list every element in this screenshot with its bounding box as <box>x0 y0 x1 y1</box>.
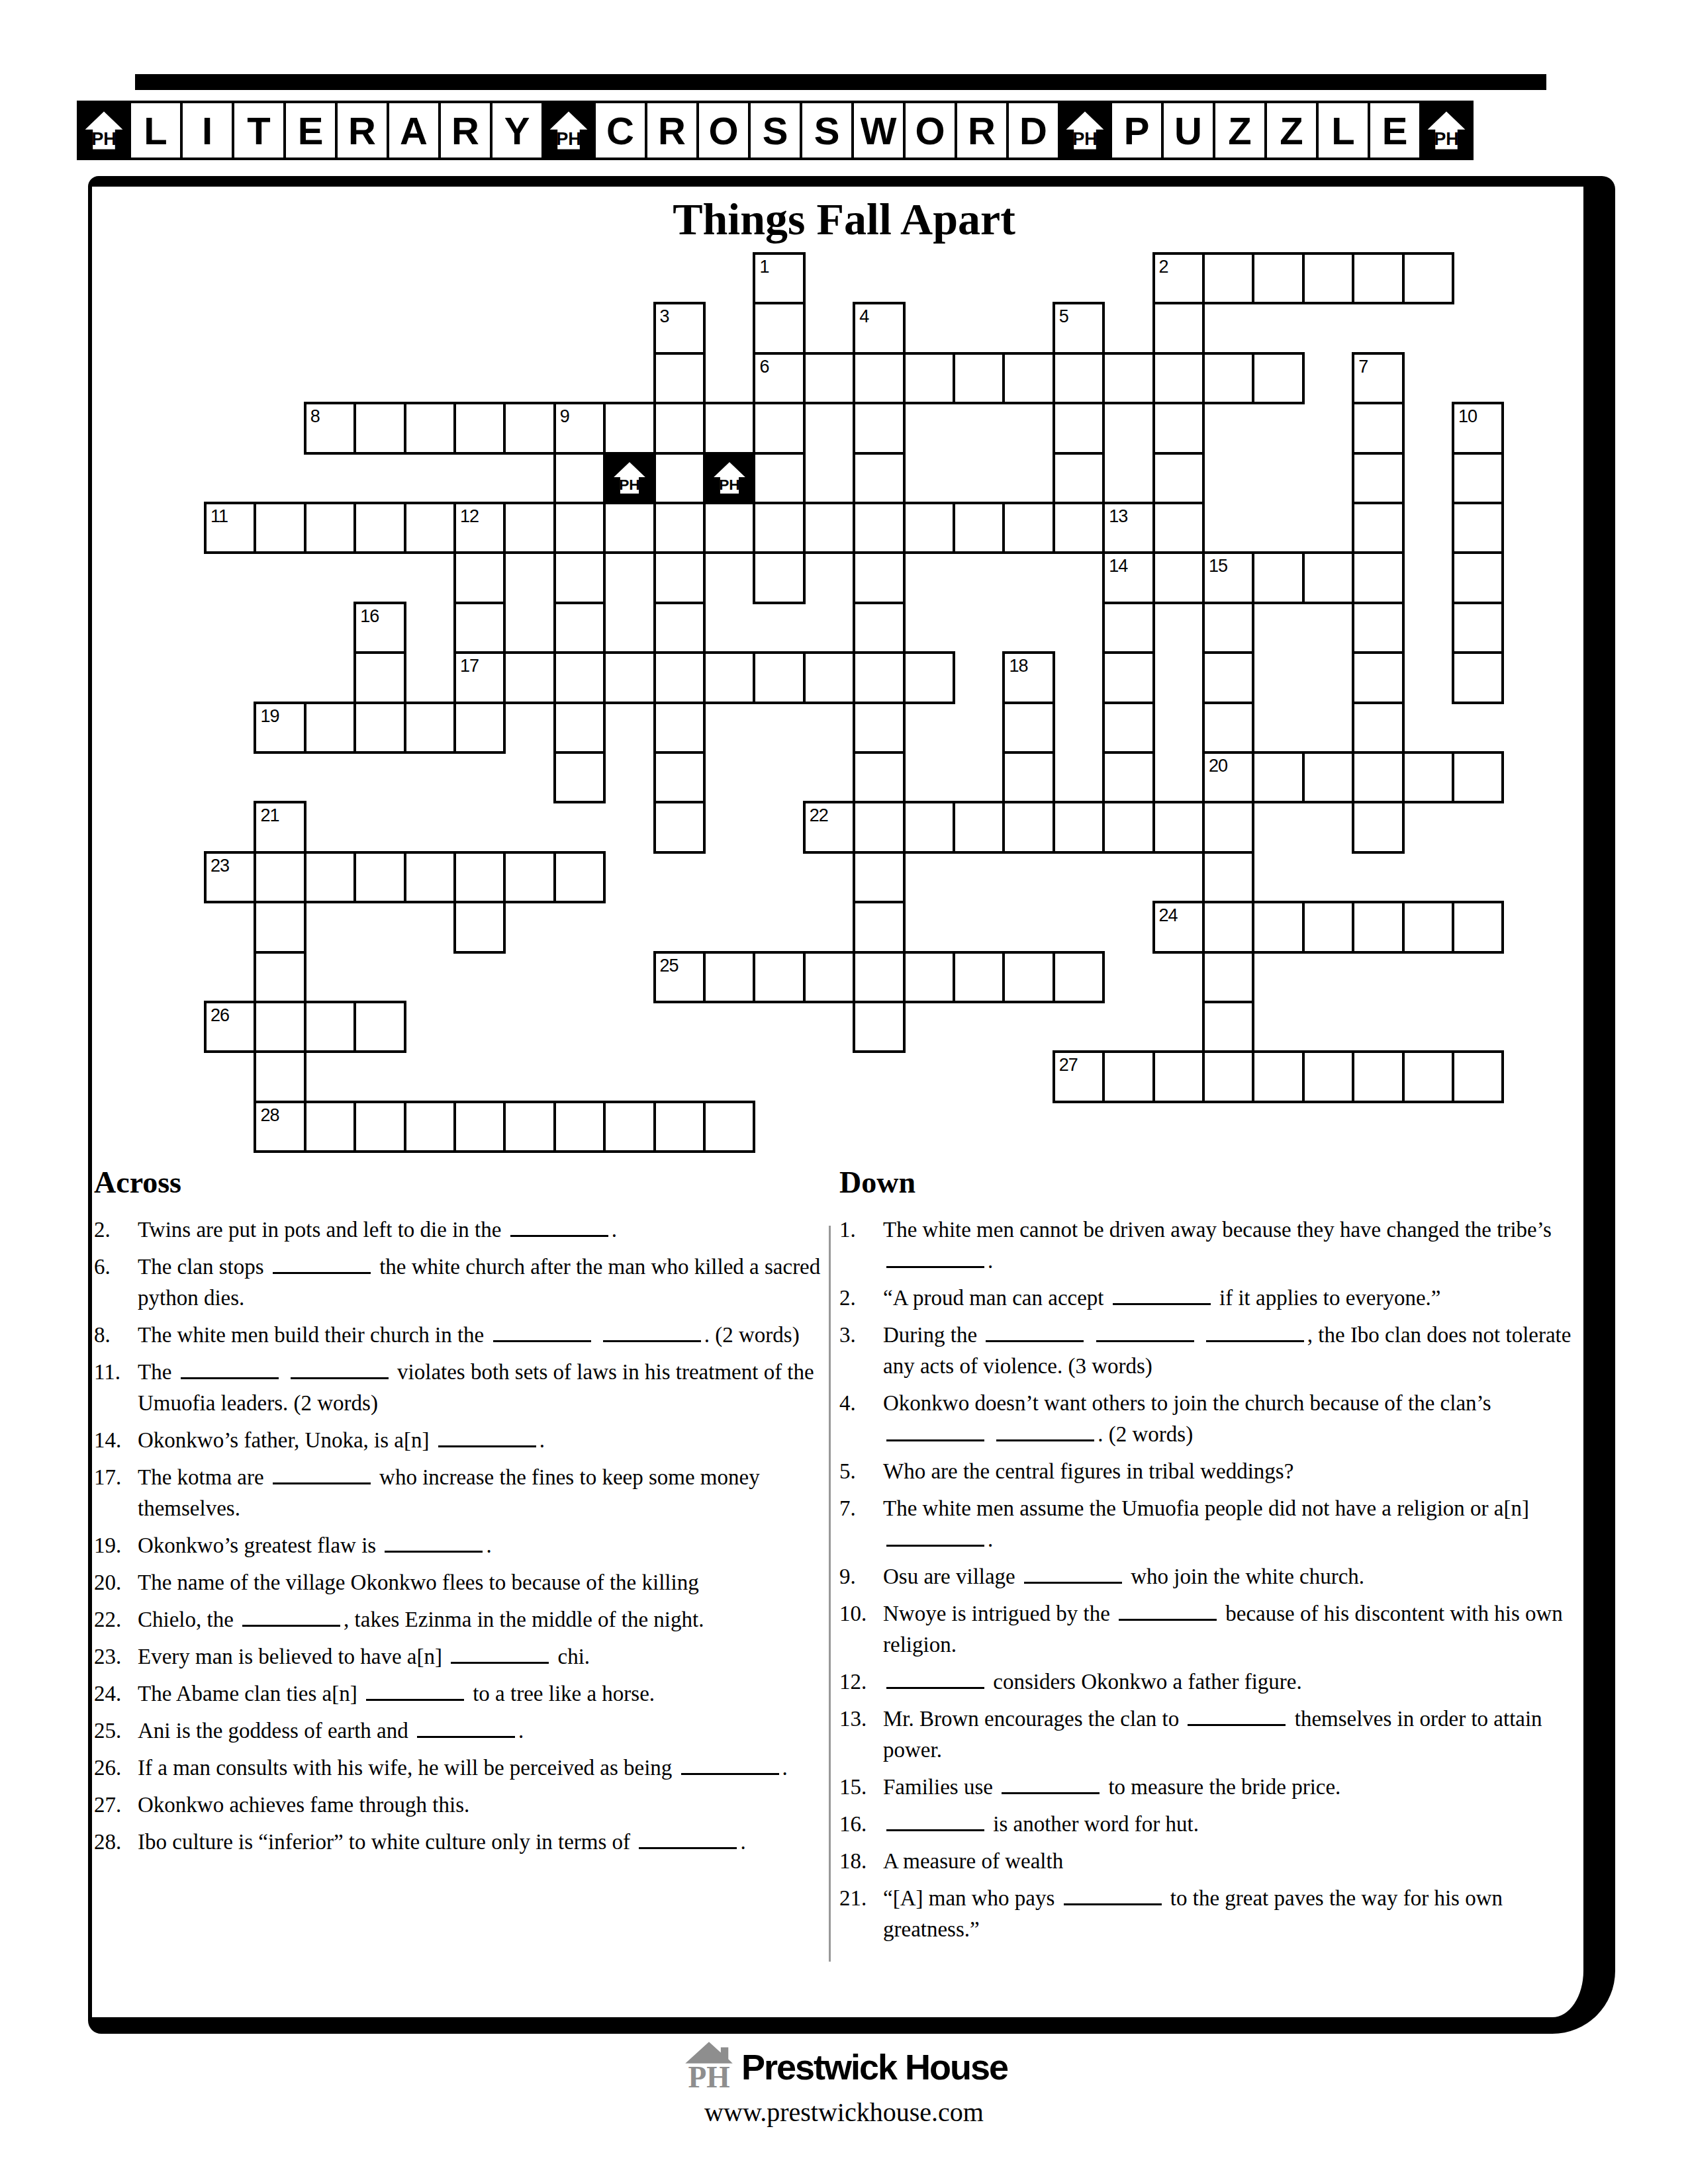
grid-cell-r4c7[interactable] <box>553 452 606 504</box>
grid-cell-r10c16[interactable] <box>1002 751 1055 803</box>
answer-blank <box>886 1684 984 1689</box>
clue-number-8: 8 <box>310 406 320 427</box>
clue-text: Nwoye is intrigued by the because of his… <box>883 1598 1587 1661</box>
banner-letter-cell: D <box>1006 101 1060 160</box>
grid-cell-r2c15[interactable] <box>953 352 1005 404</box>
grid-cell-r8c10[interactable] <box>703 651 755 704</box>
grid-cell-r7c23[interactable] <box>1352 602 1404 654</box>
clue-number-label: 2. <box>94 1214 138 1246</box>
grid-cell-r7c18[interactable] <box>1102 602 1154 654</box>
grid-cell-r13c13[interactable] <box>853 901 905 953</box>
grid-cell-r8c14[interactable] <box>903 651 955 704</box>
grid-cell-r14c15[interactable] <box>953 951 1005 1003</box>
banner: PHLITERARYPHCROSSWORDPHPUZZLEPH <box>77 101 1474 160</box>
grid-cell-r13c21[interactable] <box>1252 901 1304 953</box>
clue-number-label: 4. <box>839 1388 883 1450</box>
grid-cell-r13c24[interactable] <box>1402 901 1454 953</box>
down-clue-4: 4.Okonkwo doesn’t want others to join th… <box>839 1388 1587 1450</box>
clue-number-12: 12 <box>460 506 479 527</box>
grid-cell-r8c18[interactable] <box>1102 651 1154 704</box>
grid-cell-r5c15[interactable] <box>953 502 1005 554</box>
across-clue-14: 14.Okonkwo’s father, Unoka, is a[n] . <box>94 1425 822 1456</box>
grid-cell-r2c19[interactable] <box>1152 352 1205 404</box>
grid-cell-r5c4[interactable] <box>404 502 456 554</box>
crossword-grid: 12345678910PHPH1112131415161718192021222… <box>205 253 1503 1152</box>
grid-cell-r16c1[interactable] <box>254 1050 306 1103</box>
grid-cell-r11c16[interactable] <box>1002 801 1055 853</box>
grid-cell-r16c17[interactable]: 27 <box>1053 1050 1105 1103</box>
grid-cell-r4c25[interactable] <box>1452 452 1504 504</box>
prestwick-house-logo-icon: PH <box>680 2040 737 2094</box>
grid-cell-r4c23[interactable] <box>1352 452 1404 504</box>
grid-cell-r6c5[interactable] <box>453 551 506 604</box>
clue-text: Chielo, the , takes Ezinma in the middle… <box>138 1604 822 1635</box>
grid-cell-r0c23[interactable] <box>1352 252 1404 304</box>
grid-cell-r16c23[interactable] <box>1352 1050 1404 1103</box>
grid-cell-r11c19[interactable] <box>1152 801 1205 853</box>
clue-number-label: 5. <box>839 1456 883 1487</box>
grid-cell-r9c7[interactable] <box>553 702 606 754</box>
grid-cell-r6c23[interactable] <box>1352 551 1404 604</box>
grid-cell-r5c1[interactable] <box>254 502 306 554</box>
grid-cell-r3c2[interactable]: 8 <box>304 402 356 454</box>
grid-cell-r9c1[interactable]: 19 <box>254 702 306 754</box>
grid-cell-r15c2[interactable] <box>304 1001 356 1053</box>
banner-letter-cell: S <box>800 101 854 160</box>
grid-cell-r13c1[interactable] <box>254 901 306 953</box>
banner-logo-cell: PH <box>77 101 131 160</box>
across-clue-list: 2.Twins are put in pots and left to die … <box>94 1214 822 1858</box>
grid-cell-r6c7[interactable] <box>553 551 606 604</box>
grid-cell-r8c23[interactable] <box>1352 651 1404 704</box>
grid-cell-r6c20[interactable]: 15 <box>1202 551 1254 604</box>
grid-cell-r11c1[interactable]: 21 <box>254 801 306 853</box>
grid-cell-r5c13[interactable] <box>853 502 905 554</box>
grid-cell-r3c11[interactable] <box>753 402 805 454</box>
clue-number-13: 13 <box>1109 506 1127 527</box>
clue-number-label: 17. <box>94 1462 138 1524</box>
grid-cell-r14c9[interactable]: 25 <box>653 951 706 1003</box>
answer-blank <box>886 1263 984 1268</box>
grid-cell-r17c4[interactable] <box>404 1101 456 1153</box>
grid-cell-r17c10[interactable] <box>703 1101 755 1153</box>
grid-cell-r13c22[interactable] <box>1302 901 1354 953</box>
grid-cell-r9c18[interactable] <box>1102 702 1154 754</box>
grid-cell-r12c3[interactable] <box>353 851 406 903</box>
clue-number-label: 3. <box>839 1320 883 1382</box>
grid-cell-r14c17[interactable] <box>1053 951 1105 1003</box>
grid-cell-r2c20[interactable] <box>1202 352 1254 404</box>
grid-cell-r3c25[interactable]: 10 <box>1452 402 1504 454</box>
grid-cell-r2c12[interactable] <box>803 352 855 404</box>
grid-cell-r11c18[interactable] <box>1102 801 1154 853</box>
grid-cell-r13c23[interactable] <box>1352 901 1404 953</box>
banner-letter-cell: E <box>1368 101 1422 160</box>
grid-cell-r9c4[interactable] <box>404 702 456 754</box>
grid-cell-r5c12[interactable] <box>803 502 855 554</box>
grid-cell-r5c14[interactable] <box>903 502 955 554</box>
across-clue-23: 23.Every man is believed to have a[n] ch… <box>94 1641 822 1672</box>
grid-cell-r12c13[interactable] <box>853 851 905 903</box>
grid-cell-r5c7[interactable] <box>553 502 606 554</box>
grid-cell-r5c11[interactable] <box>753 502 805 554</box>
prestwick-house-icon: PH <box>548 110 589 151</box>
banner-letter-cell: R <box>335 101 389 160</box>
grid-cell-r7c5[interactable] <box>453 602 506 654</box>
grid-cell-r16c21[interactable] <box>1252 1050 1304 1103</box>
grid-cell-r16c22[interactable] <box>1302 1050 1354 1103</box>
grid-cell-r4c13[interactable] <box>853 452 905 504</box>
clue-number-1: 1 <box>759 257 769 277</box>
grid-cell-r4c19[interactable] <box>1152 452 1205 504</box>
grid-cell-r16c20[interactable] <box>1202 1050 1254 1103</box>
clue-number-label: 20. <box>94 1567 138 1598</box>
grid-cell-r8c7[interactable] <box>553 651 606 704</box>
grid-cell-r5c25[interactable] <box>1452 502 1504 554</box>
grid-cell-r2c18[interactable] <box>1102 352 1154 404</box>
grid-cell-r13c25[interactable] <box>1452 901 1504 953</box>
clue-number-label: 6. <box>94 1251 138 1314</box>
grid-cell-r7c25[interactable] <box>1452 602 1504 654</box>
grid-cell-r9c9[interactable] <box>653 702 706 754</box>
grid-cell-r10c22[interactable] <box>1302 751 1354 803</box>
page-title: Things Fall Apart <box>0 193 1688 246</box>
grid-cell-r0c24[interactable] <box>1402 252 1454 304</box>
grid-cell-r2c16[interactable] <box>1002 352 1055 404</box>
grid-cell-r3c19[interactable] <box>1152 402 1205 454</box>
grid-cell-r9c5[interactable] <box>453 702 506 754</box>
grid-cell-r11c12[interactable]: 22 <box>803 801 855 853</box>
clue-text: Ibo culture is “inferior” to white cultu… <box>138 1827 822 1858</box>
grid-cell-r0c11[interactable]: 1 <box>753 252 805 304</box>
grid-cell-r15c0[interactable]: 26 <box>204 1001 256 1053</box>
grid-cell-r0c20[interactable] <box>1202 252 1254 304</box>
banner-letter-cell: S <box>748 101 802 160</box>
down-clue-list: 1.The white men cannot be driven away be… <box>839 1214 1587 1945</box>
grid-cell-r10c25[interactable] <box>1452 751 1504 803</box>
clue-number-label: 11. <box>94 1357 138 1419</box>
answer-blank <box>681 1770 779 1775</box>
grid-cell-r16c24[interactable] <box>1402 1050 1454 1103</box>
answer-blank <box>1119 1616 1217 1621</box>
clue-number-label: 18. <box>839 1846 883 1877</box>
banner-logo-cell: PH <box>1058 101 1112 160</box>
grid-cell-r2c9[interactable] <box>653 352 706 404</box>
grid-cell-r3c9[interactable] <box>653 402 706 454</box>
answer-blank <box>242 1622 340 1627</box>
clue-text: Okonkwo doesn’t want others to join the … <box>883 1388 1587 1450</box>
grid-cell-r5c10[interactable] <box>703 502 755 554</box>
clue-text: Every man is believed to have a[n] chi. <box>138 1641 822 1672</box>
grid-cell-r5c19[interactable] <box>1152 502 1205 554</box>
grid-cell-r0c19[interactable]: 2 <box>1152 252 1205 304</box>
grid-cell-r5c6[interactable] <box>503 502 555 554</box>
clue-text: During the , the Ibo clan does not toler… <box>883 1320 1587 1382</box>
grid-cell-r2c23[interactable]: 7 <box>1352 352 1404 404</box>
grid-cell-r12c2[interactable] <box>304 851 356 903</box>
grid-cell-r5c16[interactable] <box>1002 502 1055 554</box>
banner-letter-cell: O <box>696 101 751 160</box>
grid-cell-r11c23[interactable] <box>1352 801 1404 853</box>
grid-cell-r5c0[interactable]: 11 <box>204 502 256 554</box>
grid-cell-r12c1[interactable] <box>254 851 306 903</box>
grid-cell-r3c3[interactable] <box>353 402 406 454</box>
grid-cell-r7c13[interactable] <box>853 602 905 654</box>
grid-cell-r5c23[interactable] <box>1352 502 1404 554</box>
grid-cell-r4c11[interactable] <box>753 452 805 504</box>
grid-cell-r8c20[interactable] <box>1202 651 1254 704</box>
clue-number-3: 3 <box>660 306 669 327</box>
grid-cell-r8c16[interactable]: 18 <box>1002 651 1055 704</box>
grid-cell-r1c19[interactable] <box>1152 302 1205 354</box>
grid-cell-r6c25[interactable] <box>1452 551 1504 604</box>
clue-text: The kotma are who increase the fines to … <box>138 1462 822 1524</box>
clue-number-15: 15 <box>1209 556 1227 576</box>
grid-cell-r13c20[interactable] <box>1202 901 1254 953</box>
grid-cell-r14c10[interactable] <box>703 951 755 1003</box>
grid-cell-r3c6[interactable] <box>503 402 555 454</box>
grid-cell-r14c14[interactable] <box>903 951 955 1003</box>
grid-cell-r3c13[interactable] <box>853 402 905 454</box>
clue-column-divider <box>829 1226 831 1962</box>
grid-cell-r4c9[interactable] <box>653 452 706 504</box>
grid-cell-r7c3[interactable]: 16 <box>353 602 406 654</box>
grid-cell-r3c17[interactable] <box>1053 402 1105 454</box>
grid-cell-r1c17[interactable]: 5 <box>1053 302 1105 354</box>
grid-cell-r15c1[interactable] <box>254 1001 306 1053</box>
across-clue-20: 20.The name of the village Okonkwo flees… <box>94 1567 822 1598</box>
grid-cell-r17c5[interactable] <box>453 1101 506 1153</box>
grid-cell-r9c16[interactable] <box>1002 702 1055 754</box>
grid-cell-r0c21[interactable] <box>1252 252 1304 304</box>
grid-cell-r8c5[interactable]: 17 <box>453 651 506 704</box>
grid-cell-r12c0[interactable]: 23 <box>204 851 256 903</box>
grid-cell-r3c23[interactable] <box>1352 402 1404 454</box>
grid-cell-r13c5[interactable] <box>453 901 506 953</box>
grid-cell-r17c1[interactable]: 28 <box>254 1101 306 1153</box>
grid-cell-r10c24[interactable] <box>1402 751 1454 803</box>
grid-cell-r8c9[interactable] <box>653 651 706 704</box>
grid-cell-r3c4[interactable] <box>404 402 456 454</box>
clue-number-label: 8. <box>94 1320 138 1351</box>
clue-number-7: 7 <box>1358 357 1368 377</box>
grid-cell-r5c3[interactable] <box>353 502 406 554</box>
clue-number-28: 28 <box>260 1105 279 1126</box>
grid-cell-r6c21[interactable] <box>1252 551 1304 604</box>
across-clue-2: 2.Twins are put in pots and left to die … <box>94 1214 822 1246</box>
grid-cell-r9c13[interactable] <box>853 702 905 754</box>
across-clue-17: 17.The kotma are who increase the fines … <box>94 1462 822 1524</box>
grid-cell-r10c13[interactable] <box>853 751 905 803</box>
clue-number-17: 17 <box>460 656 479 676</box>
grid-cell-r10c18[interactable] <box>1102 751 1154 803</box>
clue-number-label: 14. <box>94 1425 138 1456</box>
down-clue-21: 21.“[A] man who pays to the great paves … <box>839 1883 1587 1945</box>
clue-number-22: 22 <box>810 805 828 826</box>
grid-cell-r11c15[interactable] <box>953 801 1005 853</box>
banner-letter-cell: R <box>645 101 699 160</box>
grid-cell-r12c7[interactable] <box>553 851 606 903</box>
clue-text: The white men build their church in the … <box>138 1320 822 1351</box>
down-heading: Down <box>839 1165 1587 1200</box>
grid-cell-r17c7[interactable] <box>553 1101 606 1153</box>
prestwick-house-icon: PH <box>1064 110 1105 151</box>
grid-cell-r9c2[interactable] <box>304 702 356 754</box>
grid-cell-r13c19[interactable]: 24 <box>1152 901 1205 953</box>
grid-cell-r14c20[interactable] <box>1202 951 1254 1003</box>
grid-cell-r17c6[interactable] <box>503 1101 555 1153</box>
down-clue-3: 3.During the , the Ibo clan does not tol… <box>839 1320 1587 1382</box>
clue-number-label: 25. <box>94 1715 138 1747</box>
clue-text: Mr. Brown encourages the clan to themsel… <box>883 1704 1587 1766</box>
grid-cell-r8c3[interactable] <box>353 651 406 704</box>
grid-cell-r9c23[interactable] <box>1352 702 1404 754</box>
grid-cell-r17c9[interactable] <box>653 1101 706 1153</box>
clue-text: Who are the central figures in tribal we… <box>883 1456 1587 1487</box>
grid-cell-r6c22[interactable] <box>1302 551 1354 604</box>
grid-cell-r3c8[interactable] <box>603 402 655 454</box>
across-clue-6: 6.The clan stops the white church after … <box>94 1251 822 1314</box>
grid-cell-r12c5[interactable] <box>453 851 506 903</box>
grid-logo-cell: PH <box>603 452 655 504</box>
clue-number-25: 25 <box>660 956 679 976</box>
grid-cell-r5c8[interactable] <box>603 502 655 554</box>
clue-number-23: 23 <box>211 856 229 876</box>
grid-cell-r1c13[interactable]: 4 <box>853 302 905 354</box>
svg-text:PH: PH <box>91 128 117 149</box>
down-clue-13: 13.Mr. Brown encourages the clan to them… <box>839 1704 1587 1766</box>
grid-cell-r14c13[interactable] <box>853 951 905 1003</box>
clue-number-11: 11 <box>211 506 228 527</box>
answer-blank <box>493 1338 591 1342</box>
grid-cell-r7c9[interactable] <box>653 602 706 654</box>
grid-cell-r9c3[interactable] <box>353 702 406 754</box>
grid-cell-r15c20[interactable] <box>1202 1001 1254 1053</box>
footer: PH Prestwick House www.prestwickhouse.co… <box>0 2040 1688 2128</box>
across-clue-27: 27.Okonkwo achieves fame through this. <box>94 1790 822 1821</box>
answer-blank <box>603 1338 701 1342</box>
across-clue-22: 22.Chielo, the , takes Ezinma in the mid… <box>94 1604 822 1635</box>
banner-letter-cell: W <box>851 101 906 160</box>
grid-cell-r10c7[interactable] <box>553 751 606 803</box>
grid-cell-r10c20[interactable]: 20 <box>1202 751 1254 803</box>
across-clue-24: 24.The Abame clan ties a[n] to a tree li… <box>94 1678 822 1709</box>
grid-cell-r6c9[interactable] <box>653 551 706 604</box>
grid-cell-r16c25[interactable] <box>1452 1050 1504 1103</box>
grid-cell-r9c20[interactable] <box>1202 702 1254 754</box>
grid-cell-r14c12[interactable] <box>803 951 855 1003</box>
grid-cell-r7c20[interactable] <box>1202 602 1254 654</box>
grid-cell-r11c9[interactable] <box>653 801 706 853</box>
grid-cell-r6c19[interactable] <box>1152 551 1205 604</box>
grid-cell-r15c13[interactable] <box>853 1001 905 1053</box>
grid-cell-r2c11[interactable]: 6 <box>753 352 805 404</box>
grid-cell-r2c13[interactable] <box>853 352 905 404</box>
grid-cell-r6c18[interactable]: 14 <box>1102 551 1154 604</box>
grid-cell-r5c9[interactable] <box>653 502 706 554</box>
grid-cell-r10c9[interactable] <box>653 751 706 803</box>
grid-cell-r3c10[interactable] <box>703 402 755 454</box>
answer-blank <box>1113 1300 1211 1305</box>
grid-cell-r7c7[interactable] <box>553 602 606 654</box>
grid-cell-r11c17[interactable] <box>1053 801 1105 853</box>
clue-text: The name of the village Okonkwo flees to… <box>138 1567 822 1598</box>
grid-cell-r8c11[interactable] <box>753 651 805 704</box>
grid-cell-r3c5[interactable] <box>453 402 506 454</box>
grid-cell-r4c17[interactable] <box>1053 452 1105 504</box>
grid-cell-r5c18[interactable]: 13 <box>1102 502 1154 554</box>
grid-cell-r11c13[interactable] <box>853 801 905 853</box>
clue-number-27: 27 <box>1059 1055 1078 1075</box>
svg-text:PH: PH <box>556 128 581 149</box>
grid-cell-r12c6[interactable] <box>503 851 555 903</box>
banner-letter-cell: U <box>1161 101 1215 160</box>
grid-cell-r16c19[interactable] <box>1152 1050 1205 1103</box>
grid-cell-r14c16[interactable] <box>1002 951 1055 1003</box>
banner-logo-cell: PH <box>541 101 596 160</box>
grid-cell-r6c13[interactable] <box>853 551 905 604</box>
grid-cell-r16c18[interactable] <box>1102 1050 1154 1103</box>
grid-cell-r3c7[interactable]: 9 <box>553 402 606 454</box>
grid-cell-r6c11[interactable] <box>753 551 805 604</box>
grid-cell-r8c6[interactable] <box>503 651 555 704</box>
clue-text: “[A] man who pays to the great paves the… <box>883 1883 1587 1945</box>
clue-number-18: 18 <box>1009 656 1027 676</box>
grid-cell-r2c14[interactable] <box>903 352 955 404</box>
clue-number-21: 21 <box>260 805 279 826</box>
grid-cell-r12c4[interactable] <box>404 851 456 903</box>
grid-cell-r8c8[interactable] <box>603 651 655 704</box>
clue-text: Twins are put in pots and left to die in… <box>138 1214 822 1246</box>
answer-blank <box>366 1696 464 1701</box>
down-clue-9: 9.Osu are village who join the white chu… <box>839 1561 1587 1592</box>
grid-cell-r1c11[interactable] <box>753 302 805 354</box>
grid-cell-r5c17[interactable] <box>1053 502 1105 554</box>
grid-cell-r8c13[interactable] <box>853 651 905 704</box>
grid-cell-r11c20[interactable] <box>1202 801 1254 853</box>
prestwick-house-icon: PH <box>1426 110 1467 151</box>
grid-cell-r11c14[interactable] <box>903 801 955 853</box>
grid-cell-r10c21[interactable] <box>1252 751 1304 803</box>
grid-cell-r2c21[interactable] <box>1252 352 1304 404</box>
grid-cell-r2c17[interactable] <box>1053 352 1105 404</box>
grid-cell-r17c3[interactable] <box>353 1101 406 1153</box>
grid-cell-r14c1[interactable] <box>254 951 306 1003</box>
clue-text: The white men cannot be driven away beca… <box>883 1214 1587 1277</box>
banner-letter-cell: Z <box>1213 101 1267 160</box>
across-heading: Across <box>94 1165 822 1200</box>
grid-cell-r17c2[interactable] <box>304 1101 356 1153</box>
grid-cell-r5c2[interactable] <box>304 502 356 554</box>
down-clues: Down 1.The white men cannot be driven aw… <box>839 1165 1587 1951</box>
clue-number-4: 4 <box>859 306 868 327</box>
clue-number-label: 22. <box>94 1604 138 1635</box>
grid-cell-r8c12[interactable] <box>803 651 855 704</box>
grid-cell-r10c23[interactable] <box>1352 751 1404 803</box>
grid-cell-r12c20[interactable] <box>1202 851 1254 903</box>
clue-number-label: 16. <box>839 1809 883 1840</box>
clue-text: “A proud man can accept if it applies to… <box>883 1283 1587 1314</box>
grid-cell-r0c22[interactable] <box>1302 252 1354 304</box>
grid-cell-r15c3[interactable] <box>353 1001 406 1053</box>
grid-cell-r14c11[interactable] <box>753 951 805 1003</box>
grid-cell-r8c25[interactable] <box>1452 651 1504 704</box>
grid-cell-r17c8[interactable] <box>603 1101 655 1153</box>
grid-cell-r1c9[interactable]: 3 <box>653 302 706 354</box>
clue-text: Okonkwo achieves fame through this. <box>138 1790 822 1821</box>
grid-cell-r5c5[interactable]: 12 <box>453 502 506 554</box>
clue-number-9: 9 <box>560 406 569 427</box>
